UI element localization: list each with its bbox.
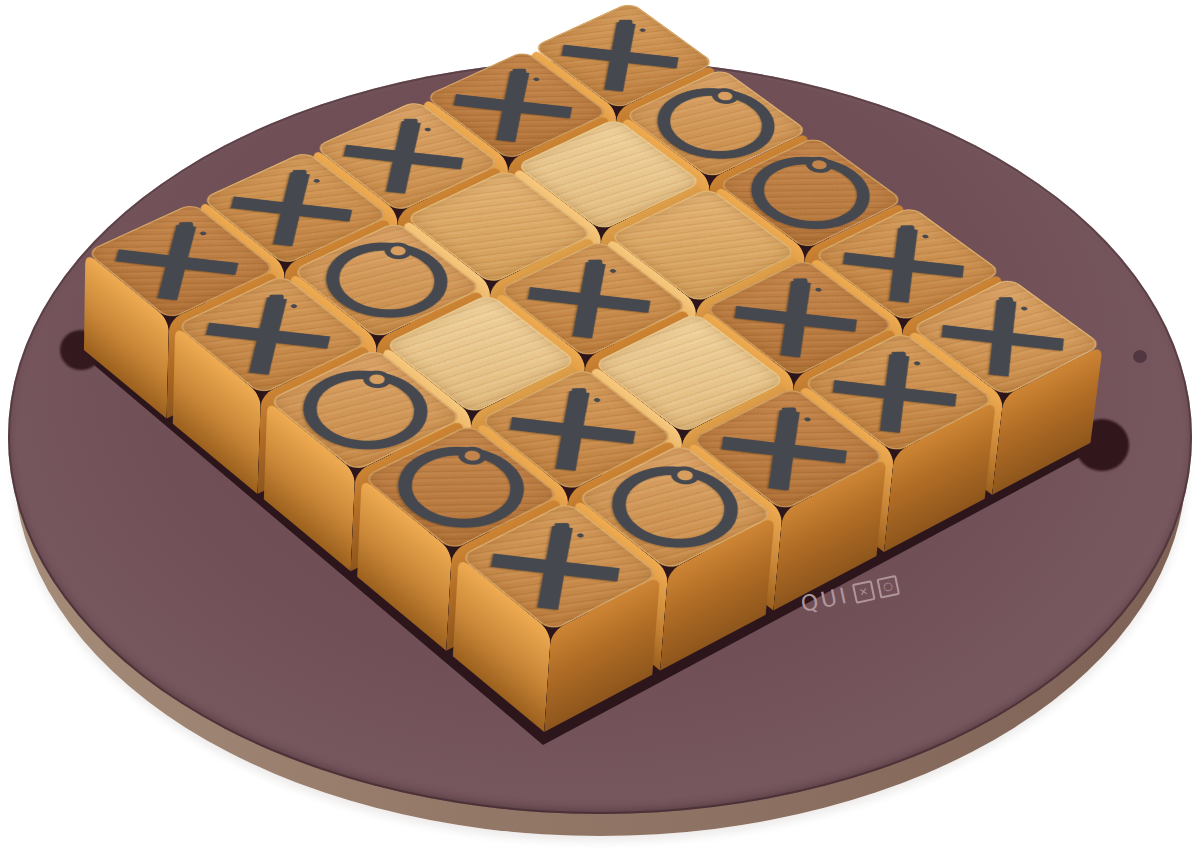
cube-side-left: [526, 47, 617, 207]
x-square-detail-icon: [554, 523, 570, 534]
x-mark-icon: ×: [424, 50, 609, 161]
o-mark-icon: [634, 74, 799, 173]
x-dot-detail-icon: [921, 234, 929, 239]
quixo-board-grid: ××××××××××××××: [77, 93, 1098, 737]
x-square-detail-icon: [793, 278, 809, 288]
x-square-detail-icon: [292, 170, 307, 179]
o-mark-icon: [727, 142, 894, 243]
x-square-detail-icon: [781, 407, 797, 417]
cube-top-face: [623, 68, 809, 179]
x-square-detail-icon: [269, 295, 284, 305]
cube-top-face: [515, 118, 703, 231]
cube-top-face: ×: [314, 100, 501, 213]
cube-r0c0-x[interactable]: ×: [519, 93, 714, 210]
o-circle-detail-icon: [801, 154, 838, 176]
x-square-detail-icon: [900, 225, 916, 234]
x-dot-detail-icon: [424, 127, 432, 132]
x-square-detail-icon: [619, 20, 634, 29]
x-dot-detail-icon: [639, 28, 647, 33]
photo-canvas: QUI × ○ ××××××××××××××: [0, 0, 1200, 852]
cube-top-face: ×: [424, 50, 609, 160]
x-mark-icon: ×: [532, 1, 715, 110]
cube-assembly-scene: ××××××××××××××: [0, 0, 1200, 852]
cube-top-face: ×: [532, 2, 715, 110]
x-mark-icon: ×: [314, 99, 501, 213]
cube-top-face: [717, 136, 905, 250]
x-square-detail-icon: [404, 119, 419, 128]
x-dot-detail-icon: [532, 77, 540, 82]
o-circle-detail-icon: [707, 85, 744, 107]
x-square-detail-icon: [512, 69, 527, 78]
x-square-detail-icon: [588, 260, 603, 270]
x-square-detail-icon: [571, 388, 587, 398]
x-square-detail-icon: [998, 297, 1014, 307]
x-dot-detail-icon: [313, 178, 321, 183]
x-square-detail-icon: [179, 222, 194, 231]
cube-side-right: [610, 63, 716, 206]
x-square-detail-icon: [891, 352, 907, 362]
cube-r4c4-x[interactable]: ×: [445, 596, 659, 737]
